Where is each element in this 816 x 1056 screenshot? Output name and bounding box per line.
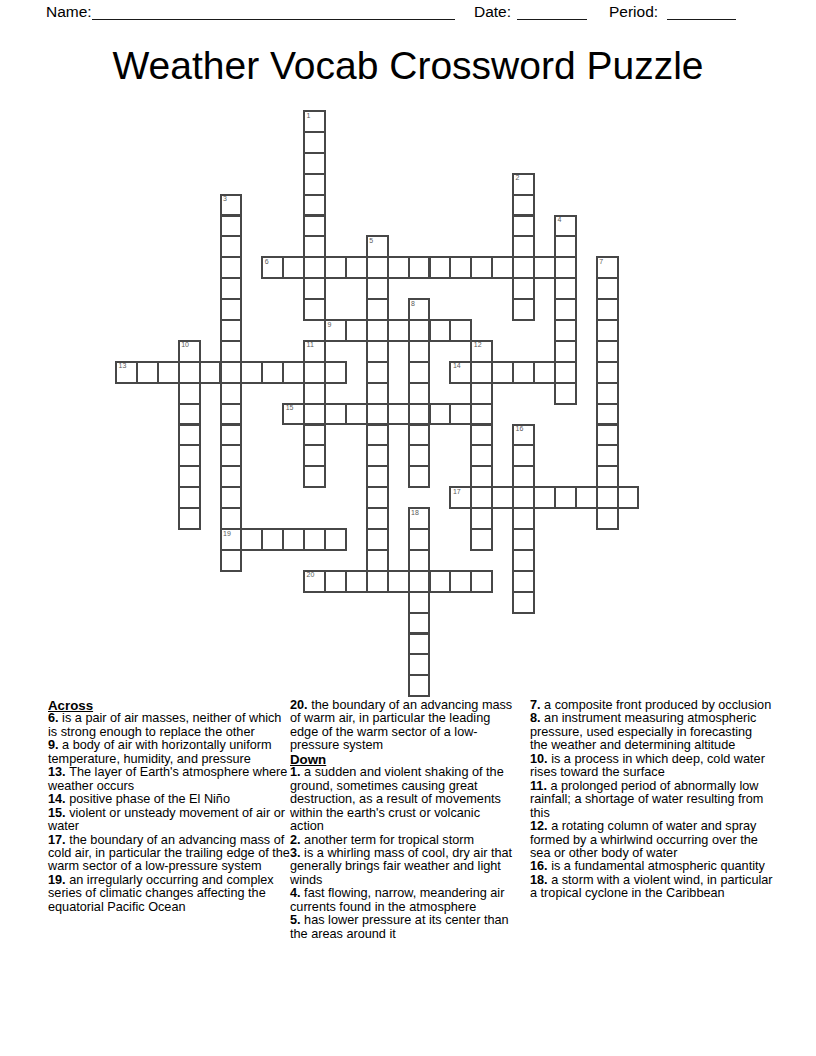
grid-cell-r20c17[interactable] <box>470 528 493 551</box>
grid-cell-r26c14[interactable] <box>408 653 431 676</box>
grid-cell-r13c12[interactable] <box>366 382 389 405</box>
grid-cell-r20c7[interactable] <box>261 528 284 551</box>
grid-cell-r11c17[interactable]: 12 <box>470 340 493 363</box>
grid-cell-r14c12[interactable] <box>366 403 389 426</box>
grid-cell-r14c14[interactable] <box>408 403 431 426</box>
grid-cell-r5c21[interactable]: 4 <box>554 215 577 238</box>
grid-cell-r18c21[interactable] <box>554 486 577 509</box>
grid-cell-r24c14[interactable] <box>408 612 431 635</box>
grid-cell-r22c14[interactable] <box>408 570 431 593</box>
grid-cell-r20c5[interactable]: 19 <box>220 528 243 551</box>
grid-cell-r7c11[interactable] <box>345 256 368 279</box>
grid-cell-r17c17[interactable] <box>470 465 493 488</box>
period-label: Period: <box>609 3 658 21</box>
worksheet-page: { "game": "crossword", "header": { "name… <box>0 0 816 1056</box>
clue-across-17: 17. the boundary of an advancing mass of… <box>48 834 290 874</box>
clue-down-1: 1. a sudden and violent shaking of the g… <box>290 766 515 833</box>
grid-cell-r7c15[interactable] <box>429 256 452 279</box>
grid-cell-r11c3[interactable]: 10 <box>178 340 201 363</box>
grid-cell-r22c13[interactable] <box>387 570 410 593</box>
grid-cell-r15c5[interactable] <box>220 424 243 447</box>
grid-cell-r9c14[interactable]: 8 <box>408 298 431 321</box>
grid-cell-r12c19[interactable] <box>512 361 535 384</box>
grid-cell-r9c23[interactable] <box>596 298 619 321</box>
clue-down-16: 16. is a fundamental atmospheric quantit… <box>530 860 773 873</box>
grid-cell-r20c12[interactable] <box>366 528 389 551</box>
grid-cell-r16c23[interactable] <box>596 444 619 467</box>
grid-cell-r17c9[interactable] <box>303 465 326 488</box>
grid-cell-r7c23[interactable]: 7 <box>596 256 619 279</box>
grid-cell-r22c9[interactable]: 20 <box>303 570 326 593</box>
cell-number: 11 <box>307 341 314 349</box>
clue-down-4: 4. fast flowing, narrow, meandering air … <box>290 887 515 914</box>
grid-cell-r10c11[interactable] <box>345 319 368 342</box>
clue-across-13: 13. The layer of Earth's atmosphere wher… <box>48 766 290 793</box>
grid-cell-r8c23[interactable] <box>596 277 619 300</box>
down-heading: Down <box>290 753 515 766</box>
grid-cell-r12c3[interactable] <box>178 361 201 384</box>
grid-cell-r15c14[interactable] <box>408 424 431 447</box>
grid-cell-r11c9[interactable]: 11 <box>303 340 326 363</box>
grid-cell-r21c5[interactable] <box>220 549 243 572</box>
grid-cell-r17c5[interactable] <box>220 465 243 488</box>
grid-cell-r3c19[interactable]: 2 <box>512 173 535 196</box>
grid-cell-r17c12[interactable] <box>366 465 389 488</box>
clue-column-2: 20. the boundary of an advancing mass of… <box>290 699 515 941</box>
grid-cell-r14c9[interactable] <box>303 403 326 426</box>
grid-cell-r14c13[interactable] <box>387 403 410 426</box>
grid-cell-r6c9[interactable] <box>303 235 326 258</box>
grid-cell-r12c18[interactable] <box>491 361 514 384</box>
cell-number: 20 <box>307 571 315 579</box>
grid-cell-r12c7[interactable] <box>261 361 284 384</box>
grid-cell-r20c9[interactable] <box>303 528 326 551</box>
grid-cell-r21c19[interactable] <box>512 549 535 572</box>
grid-cell-r9c5[interactable] <box>220 298 243 321</box>
grid-cell-r7c13[interactable] <box>387 256 410 279</box>
clue-across-14: 14. positive phase of the El Niño <box>48 793 290 806</box>
cell-number: 9 <box>328 321 332 329</box>
grid-cell-r12c9[interactable] <box>303 361 326 384</box>
grid-cell-r18c20[interactable] <box>533 486 556 509</box>
clue-column-3: 7. a composite front produced by occlusi… <box>530 699 773 901</box>
grid-cell-r7c5[interactable] <box>220 256 243 279</box>
grid-cell-r12c14[interactable] <box>408 361 431 384</box>
grid-cell-r11c5[interactable] <box>220 340 243 363</box>
grid-cell-r22c12[interactable] <box>366 570 389 593</box>
grid-cell-r12c5[interactable] <box>220 361 243 384</box>
clue-across-15: 15. violent or unsteady movement of air … <box>48 807 290 834</box>
grid-cell-r15c12[interactable] <box>366 424 389 447</box>
grid-cell-r16c14[interactable] <box>408 444 431 467</box>
cell-number: 2 <box>516 174 520 182</box>
grid-cell-r18c22[interactable] <box>575 486 598 509</box>
across-heading: Across <box>48 699 290 712</box>
grid-cell-r4c5[interactable]: 3 <box>220 194 243 217</box>
grid-cell-r2c9[interactable] <box>303 152 326 175</box>
grid-cell-r6c5[interactable] <box>220 235 243 258</box>
date-blank[interactable] <box>517 2 587 20</box>
grid-cell-r7c12[interactable] <box>366 256 389 279</box>
grid-cell-r14c16[interactable] <box>449 403 472 426</box>
cell-number: 10 <box>181 341 189 349</box>
grid-cell-r20c8[interactable] <box>282 528 305 551</box>
grid-cell-r6c21[interactable] <box>554 235 577 258</box>
grid-cell-r12c1[interactable] <box>136 361 159 384</box>
grid-cell-r19c19[interactable] <box>512 507 535 530</box>
grid-cell-r13c17[interactable] <box>470 382 493 405</box>
grid-cell-r6c19[interactable] <box>512 235 535 258</box>
grid-cell-r18c12[interactable] <box>366 486 389 509</box>
clue-down-12: 12. a rotating column of water and spray… <box>530 820 773 860</box>
grid-cell-r14c5[interactable] <box>220 403 243 426</box>
grid-cell-r10c10[interactable]: 9 <box>324 319 347 342</box>
grid-cell-r18c3[interactable] <box>178 486 201 509</box>
grid-cell-r8c9[interactable] <box>303 277 326 300</box>
grid-cell-r15c23[interactable] <box>596 424 619 447</box>
grid-cell-r14c15[interactable] <box>429 403 452 426</box>
grid-cell-r7c10[interactable] <box>324 256 347 279</box>
grid-cell-r13c3[interactable] <box>178 382 201 405</box>
grid-cell-r18c5[interactable] <box>220 486 243 509</box>
cell-number: 8 <box>411 300 415 308</box>
grid-cell-r15c19[interactable]: 16 <box>512 424 535 447</box>
grid-cell-r12c4[interactable] <box>199 361 222 384</box>
grid-cell-r14c3[interactable] <box>178 403 201 426</box>
cell-number: 18 <box>411 509 419 517</box>
grid-cell-r19c14[interactable]: 18 <box>408 507 431 530</box>
grid-cell-r20c6[interactable] <box>240 528 263 551</box>
grid-cell-r17c19[interactable] <box>512 465 535 488</box>
grid-cell-r12c12[interactable] <box>366 361 389 384</box>
grid-cell-r16c19[interactable] <box>512 444 535 467</box>
grid-cell-r1c9[interactable] <box>303 131 326 154</box>
cell-number: 12 <box>474 341 482 349</box>
grid-cell-r21c14[interactable] <box>408 549 431 572</box>
name-blank[interactable] <box>92 2 455 20</box>
grid-cell-r19c23[interactable] <box>596 507 619 530</box>
grid-cell-r20c14[interactable] <box>408 528 431 551</box>
grid-cell-r9c9[interactable] <box>303 298 326 321</box>
grid-cell-r7c8[interactable] <box>282 256 305 279</box>
grid-cell-r7c19[interactable] <box>512 256 535 279</box>
grid-cell-r15c3[interactable] <box>178 424 201 447</box>
grid-cell-r6c12[interactable]: 5 <box>366 235 389 258</box>
page-title: Weather Vocab Crossword Puzzle <box>0 44 816 88</box>
grid-cell-r7c21[interactable] <box>554 256 577 279</box>
grid-cell-r10c15[interactable] <box>429 319 452 342</box>
cell-number: 15 <box>286 404 294 412</box>
cell-number: 17 <box>453 488 461 496</box>
grid-cell-r10c5[interactable] <box>220 319 243 342</box>
grid-cell-r19c17[interactable] <box>470 507 493 530</box>
period-blank[interactable] <box>667 2 736 20</box>
grid-cell-r16c9[interactable] <box>303 444 326 467</box>
grid-cell-r12c17[interactable] <box>470 361 493 384</box>
grid-cell-r13c9[interactable] <box>303 382 326 405</box>
clue-down-8: 8. an instrument measuring atmospheric p… <box>530 712 773 752</box>
grid-cell-r12c6[interactable] <box>240 361 263 384</box>
grid-cell-r0c9[interactable]: 1 <box>303 110 326 133</box>
clue-column-1: Across6. is a pair of air masses, neithe… <box>48 699 290 914</box>
grid-cell-r12c16[interactable]: 14 <box>449 361 472 384</box>
grid-cell-r7c7[interactable]: 6 <box>261 256 284 279</box>
grid-cell-r20c10[interactable] <box>324 528 347 551</box>
cell-number: 3 <box>223 195 227 203</box>
clue-down-2: 2. another term for tropical storm <box>290 834 515 847</box>
cell-number: 5 <box>369 237 373 245</box>
grid-cell-r23c19[interactable] <box>512 591 535 614</box>
grid-cell-r7c18[interactable] <box>491 256 514 279</box>
grid-cell-r10c13[interactable] <box>387 319 410 342</box>
grid-cell-r13c5[interactable] <box>220 382 243 405</box>
grid-cell-r25c14[interactable] <box>408 633 431 656</box>
grid-cell-r11c23[interactable] <box>596 340 619 363</box>
clue-down-11: 11. a prolonged period of abnormally low… <box>530 780 773 820</box>
grid-cell-r13c14[interactable] <box>408 382 431 405</box>
grid-cell-r10c14[interactable] <box>408 319 431 342</box>
clue-down-3: 3. is a whirling mass of cool, dry air t… <box>290 847 515 887</box>
grid-cell-r10c16[interactable] <box>449 319 472 342</box>
grid-cell-r19c3[interactable] <box>178 507 201 530</box>
grid-cell-r7c20[interactable] <box>533 256 556 279</box>
cell-number: 4 <box>557 216 561 224</box>
grid-cell-r8c19[interactable] <box>512 277 535 300</box>
grid-cell-r4c19[interactable] <box>512 194 535 217</box>
grid-cell-r9c12[interactable] <box>366 298 389 321</box>
grid-cell-r11c21[interactable] <box>554 340 577 363</box>
clue-down-5: 5. has lower pressure at its center than… <box>290 914 515 941</box>
grid-cell-r21c12[interactable] <box>366 549 389 572</box>
grid-cell-r17c23[interactable] <box>596 465 619 488</box>
grid-cell-r14c10[interactable] <box>324 403 347 426</box>
grid-cell-r22c19[interactable] <box>512 570 535 593</box>
grid-cell-r22c16[interactable] <box>449 570 472 593</box>
grid-cell-r16c12[interactable] <box>366 444 389 467</box>
grid-cell-r19c12[interactable] <box>366 507 389 530</box>
crossword-grid: 1231945678910111213141516171820 <box>115 110 641 699</box>
cell-number: 16 <box>516 425 524 433</box>
grid-cell-r11c12[interactable] <box>366 340 389 363</box>
grid-cell-r15c17[interactable] <box>470 424 493 447</box>
grid-cell-r18c24[interactable] <box>617 486 640 509</box>
grid-cell-r12c21[interactable] <box>554 361 577 384</box>
clue-across-6: 6. is a pair of air masses, neither of w… <box>48 712 290 739</box>
grid-cell-r27c14[interactable] <box>408 674 431 697</box>
grid-cell-r12c20[interactable] <box>533 361 556 384</box>
grid-cell-r8c21[interactable] <box>554 277 577 300</box>
grid-cell-r22c11[interactable] <box>345 570 368 593</box>
grid-cell-r12c2[interactable] <box>157 361 180 384</box>
grid-cell-r18c17[interactable] <box>470 486 493 509</box>
grid-cell-r14c11[interactable] <box>345 403 368 426</box>
grid-cell-r12c23[interactable] <box>596 361 619 384</box>
grid-cell-r9c21[interactable] <box>554 298 577 321</box>
grid-cell-r11c14[interactable] <box>408 340 431 363</box>
clue-down-18: 18. a storm with a violent wind, in part… <box>530 874 773 901</box>
grid-cell-r7c9[interactable] <box>303 256 326 279</box>
cell-number: 13 <box>119 362 127 370</box>
grid-cell-r18c16[interactable]: 17 <box>449 486 472 509</box>
grid-cell-r12c10[interactable] <box>324 361 347 384</box>
clue-across-19: 19. an irregularly occurring and complex… <box>48 874 290 914</box>
clue-across-20: 20. the boundary of an advancing mass of… <box>290 699 515 753</box>
grid-cell-r16c3[interactable] <box>178 444 201 467</box>
cell-number: 6 <box>265 258 269 266</box>
grid-cell-r17c3[interactable] <box>178 465 201 488</box>
grid-cell-r4c9[interactable] <box>303 194 326 217</box>
date-label: Date: <box>474 3 511 21</box>
grid-cell-r18c19[interactable] <box>512 486 535 509</box>
grid-cell-r7c14[interactable] <box>408 256 431 279</box>
clue-across-9: 9. a body of air with horizontally unifo… <box>48 739 290 766</box>
grid-cell-r10c23[interactable] <box>596 319 619 342</box>
cell-number: 14 <box>453 362 461 370</box>
grid-cell-r22c10[interactable] <box>324 570 347 593</box>
grid-cell-r7c16[interactable] <box>449 256 472 279</box>
grid-cell-r19c5[interactable] <box>220 507 243 530</box>
grid-cell-r5c9[interactable] <box>303 215 326 238</box>
grid-cell-r14c17[interactable] <box>470 403 493 426</box>
grid-cell-r16c5[interactable] <box>220 444 243 467</box>
clue-down-7: 7. a composite front produced by occlusi… <box>530 699 773 712</box>
grid-cell-r15c9[interactable] <box>303 424 326 447</box>
grid-cell-r12c0[interactable]: 13 <box>115 361 138 384</box>
grid-cell-r10c12[interactable] <box>366 319 389 342</box>
grid-cell-r22c17[interactable] <box>470 570 493 593</box>
grid-cell-r14c23[interactable] <box>596 403 619 426</box>
grid-cell-r18c18[interactable] <box>491 486 514 509</box>
grid-cell-r14c8[interactable]: 15 <box>282 403 305 426</box>
cell-number: 7 <box>599 258 603 266</box>
grid-cell-r5c5[interactable] <box>220 215 243 238</box>
grid-cell-r18c23[interactable] <box>596 486 619 509</box>
name-label: Name: <box>46 3 92 21</box>
grid-cell-r10c21[interactable] <box>554 319 577 342</box>
grid-cell-r8c12[interactable] <box>366 277 389 300</box>
grid-cell-r13c23[interactable] <box>596 382 619 405</box>
grid-cell-r16c17[interactable] <box>470 444 493 467</box>
grid-cell-r8c5[interactable] <box>220 277 243 300</box>
grid-cell-r12c8[interactable] <box>282 361 305 384</box>
grid-cell-r7c17[interactable] <box>470 256 493 279</box>
cell-number: 19 <box>223 530 231 538</box>
grid-cell-r17c14[interactable] <box>408 465 431 488</box>
grid-cell-r9c19[interactable] <box>512 298 535 321</box>
grid-cell-r3c9[interactable] <box>303 173 326 196</box>
grid-cell-r23c14[interactable] <box>408 591 431 614</box>
grid-cell-r13c21[interactable] <box>554 382 577 405</box>
grid-cell-r22c15[interactable] <box>429 570 452 593</box>
grid-cell-r20c19[interactable] <box>512 528 535 551</box>
cell-number: 1 <box>307 112 311 120</box>
grid-cell-r5c19[interactable] <box>512 215 535 238</box>
clue-down-10: 10. is a process in which deep, cold wat… <box>530 753 773 780</box>
